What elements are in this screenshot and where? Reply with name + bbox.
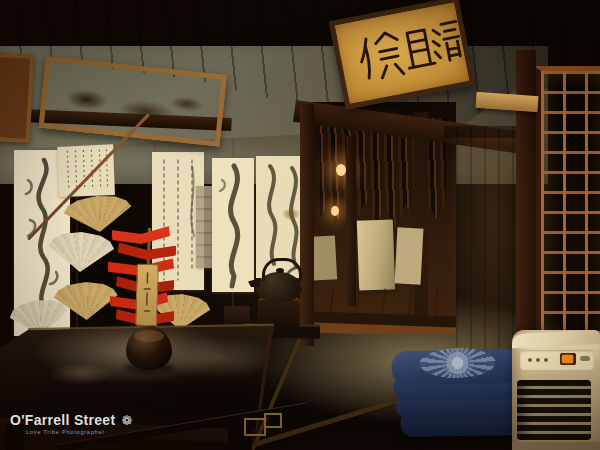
- bowl-lid-highlight: [134, 330, 164, 342]
- fretwork-bracket: [244, 410, 284, 438]
- heater-display: [560, 353, 576, 365]
- kettle-lid-knob: [276, 268, 284, 273]
- watermark: O'Farrell Street ❁ Love Tribe Photograph…: [10, 412, 132, 435]
- flower-aperture-icon: ❁: [121, 413, 132, 428]
- tag-inscription: [136, 265, 158, 326]
- fretwork-pattern: [264, 413, 282, 428]
- heater-button: [528, 358, 532, 362]
- plaque-calligraphy-strokes: [334, 2, 469, 104]
- photographer-line: Love Tribe Photographer: [26, 429, 132, 435]
- studio-name: O'Farrell Street: [10, 412, 115, 428]
- heater-base: [512, 442, 600, 450]
- back-room-pillar: [346, 136, 356, 306]
- heater-button: [536, 358, 540, 362]
- tatami-room-photo: O'Farrell Street ❁ Love Tribe Photograph…: [0, 0, 600, 450]
- kettle-spout: [248, 278, 260, 287]
- heater-button: [544, 358, 548, 362]
- framed-art-fragment: [0, 53, 34, 143]
- heater-grille: [517, 380, 591, 440]
- sparrow-sketch: [282, 208, 300, 220]
- paper-stack: [357, 219, 395, 290]
- display-glow: [562, 355, 573, 363]
- poem-sheet: [57, 141, 115, 197]
- fan-heater: [512, 330, 600, 450]
- shoji-screen: [534, 66, 600, 345]
- poem-columns: [57, 141, 115, 197]
- light-bulb: [331, 206, 339, 216]
- fretwork-pattern: [244, 418, 266, 436]
- paper-stack: [395, 227, 424, 284]
- wooden-prayer-tag: [135, 264, 159, 327]
- zabuton-cushion-stack: [391, 345, 527, 439]
- heater-switch: [580, 356, 590, 361]
- heater-control-panel: [520, 350, 594, 370]
- light-bulb: [336, 164, 346, 176]
- door-top-rail: [444, 126, 524, 138]
